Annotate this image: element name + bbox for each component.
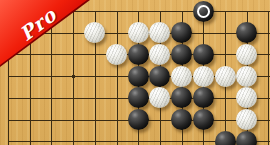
last-move-black-stone <box>193 1 214 22</box>
black-stone <box>128 66 149 87</box>
black-stone <box>215 131 236 145</box>
black-stone <box>171 87 192 108</box>
white-stone <box>215 66 236 87</box>
black-stone <box>193 109 214 130</box>
black-stone <box>128 87 149 108</box>
last-move-marker-circle <box>197 5 210 18</box>
black-stone <box>128 44 149 65</box>
white-stone <box>128 22 149 43</box>
star-point <box>72 75 75 78</box>
white-stone <box>236 44 257 65</box>
black-stone <box>149 66 170 87</box>
go-app-thumbnail: Pro <box>0 0 270 145</box>
black-stone <box>193 44 214 65</box>
black-stone <box>171 22 192 43</box>
white-stone <box>236 109 257 130</box>
white-stone <box>149 44 170 65</box>
white-stone <box>236 66 257 87</box>
grid-line-vertical <box>51 11 52 145</box>
white-stone <box>149 22 170 43</box>
black-stone <box>193 87 214 108</box>
white-stone <box>171 66 192 87</box>
white-stone <box>236 87 257 108</box>
grid-line-vertical <box>117 11 118 145</box>
white-stone <box>193 66 214 87</box>
black-stone <box>171 109 192 130</box>
white-stone <box>149 87 170 108</box>
black-stone <box>171 44 192 65</box>
black-stone <box>236 22 257 43</box>
black-stone <box>128 109 149 130</box>
white-stone <box>84 22 105 43</box>
white-stone <box>106 44 127 65</box>
grid-line-vertical <box>268 11 269 145</box>
black-stone <box>236 131 257 145</box>
